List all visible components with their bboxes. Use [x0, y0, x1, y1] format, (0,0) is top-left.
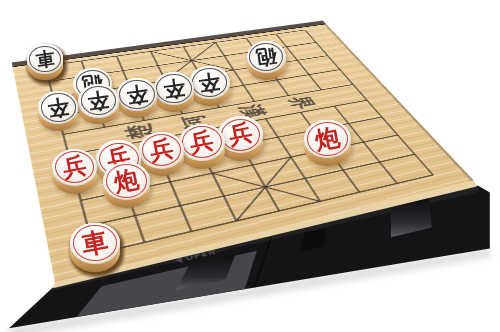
piece-black-soldier[interactable]: 卒: [38, 91, 79, 131]
piece-face: 兵: [179, 124, 224, 161]
piece-face: 卒: [117, 78, 158, 111]
piece-black-cannon[interactable]: 砲: [247, 41, 286, 80]
piece-red-soldier[interactable]: 兵: [52, 149, 97, 194]
piece-character: 卒: [36, 88, 81, 127]
piece-black-chariot[interactable]: 車: [27, 44, 63, 80]
piece-face: 炮: [103, 162, 150, 200]
piece-face: 車: [70, 223, 120, 264]
piece-black-soldier[interactable]: 卒: [154, 72, 195, 112]
xiangqi-magnetic-set: ◀OPEN 楚 河 漢 界 車馬象士將士象馬車砲砲卒卒卒卒卒兵兵兵兵兵炮炮車馬相…: [0, 0, 500, 332]
piece-character: 砲: [245, 39, 288, 76]
piece-black-soldier[interactable]: 卒: [78, 84, 119, 124]
piece-face: 卒: [154, 72, 195, 105]
piece-character: 車: [67, 218, 124, 268]
piece-face: 兵: [52, 149, 97, 186]
piece-red-cannon[interactable]: 炮: [103, 162, 150, 208]
piece-red-chariot[interactable]: 車: [70, 223, 120, 273]
piece-face: 卒: [38, 91, 79, 124]
piece-character: 卒: [115, 75, 160, 114]
piece-black-soldier[interactable]: 卒: [117, 78, 158, 118]
piece-character: 卒: [76, 82, 121, 121]
piece-face: 卒: [78, 84, 119, 117]
piece-face: 車: [27, 44, 63, 74]
piece-face: 炮: [304, 120, 351, 158]
piece-red-cannon[interactable]: 炮: [304, 120, 351, 166]
piece-character: 車: [25, 42, 65, 76]
piece-face: 砲: [247, 41, 286, 73]
